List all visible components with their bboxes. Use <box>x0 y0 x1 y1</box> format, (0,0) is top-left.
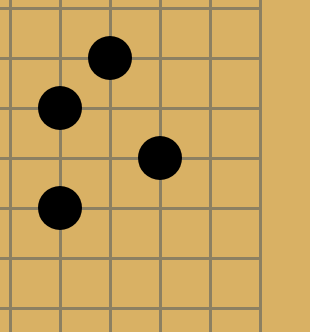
grid-line-horizontal <box>0 307 35 310</box>
intersection-r0c3[interactable] <box>135 0 185 33</box>
grid-line-horizontal <box>0 7 35 10</box>
grid-line-vertical <box>159 83 162 133</box>
grid-line-vertical <box>9 233 12 283</box>
intersection-r1c5[interactable] <box>235 33 285 83</box>
intersection-r6c4[interactable] <box>185 283 235 332</box>
intersection-r2c4[interactable] <box>185 83 235 133</box>
intersection-r1c4[interactable] <box>185 33 235 83</box>
grid-line-horizontal <box>0 207 35 210</box>
grid-line-vertical <box>209 283 212 332</box>
intersection-r5c1[interactable] <box>35 233 85 283</box>
grid-line-vertical <box>59 0 62 33</box>
intersection-r3c5[interactable] <box>235 133 285 183</box>
grid-line-vertical <box>209 183 212 233</box>
intersection-r4c0[interactable] <box>0 183 35 233</box>
intersection-r0c5[interactable] <box>235 0 285 33</box>
intersection-r6c0[interactable] <box>0 283 35 332</box>
grid-line-horizontal <box>0 107 35 110</box>
intersection-r6c2[interactable] <box>85 283 135 332</box>
intersection-r4c4[interactable] <box>185 183 235 233</box>
grid-line-vertical <box>259 33 262 83</box>
grid-line-vertical <box>159 283 162 332</box>
grid-line-vertical <box>109 0 112 33</box>
intersection-r1c1[interactable] <box>35 33 85 83</box>
intersection-r6c1[interactable] <box>35 283 85 332</box>
black-stone <box>38 186 82 230</box>
intersection-r3c3[interactable] <box>135 133 185 183</box>
intersection-r0c4[interactable] <box>185 0 235 33</box>
black-stone <box>88 36 132 80</box>
grid-line-horizontal <box>0 257 35 260</box>
intersection-r2c1[interactable] <box>35 83 85 133</box>
intersection-r4c1[interactable] <box>35 183 85 233</box>
grid-line-vertical <box>209 133 212 183</box>
grid-line-vertical <box>59 33 62 83</box>
intersection-r6c5[interactable] <box>235 283 285 332</box>
black-stone <box>38 86 82 130</box>
intersection-r3c0[interactable] <box>0 133 35 183</box>
grid-line-vertical <box>209 33 212 83</box>
intersection-r5c0[interactable] <box>0 233 35 283</box>
intersection-r0c1[interactable] <box>35 0 85 33</box>
intersection-r1c0[interactable] <box>0 33 35 83</box>
intersection-r3c4[interactable] <box>185 133 235 183</box>
board-grid <box>0 0 285 332</box>
screenshot-root <box>0 0 336 332</box>
grid-line-vertical <box>159 233 162 283</box>
grid-line-vertical <box>9 133 12 183</box>
grid-line-vertical <box>59 283 62 332</box>
intersection-r3c2[interactable] <box>85 133 135 183</box>
grid-line-vertical <box>59 133 62 183</box>
intersection-r6c3[interactable] <box>135 283 185 332</box>
grid-line-vertical <box>9 183 12 233</box>
grid-line-vertical <box>59 233 62 283</box>
grid-line-vertical <box>209 233 212 283</box>
grid-line-vertical <box>109 133 112 183</box>
intersection-r1c2[interactable] <box>85 33 135 83</box>
intersection-r2c2[interactable] <box>85 83 135 133</box>
grid-line-vertical <box>9 0 12 33</box>
black-stone <box>138 136 182 180</box>
intersection-r2c3[interactable] <box>135 83 185 133</box>
intersection-r5c5[interactable] <box>235 233 285 283</box>
grid-line-vertical <box>109 283 112 332</box>
intersection-r4c3[interactable] <box>135 183 185 233</box>
grid-line-vertical <box>109 183 112 233</box>
grid-line-vertical <box>159 183 162 233</box>
grid-line-vertical <box>9 83 12 133</box>
intersection-r5c4[interactable] <box>185 233 235 283</box>
grid-line-vertical <box>259 133 262 183</box>
intersection-r2c0[interactable] <box>0 83 35 133</box>
grid-line-horizontal <box>0 157 35 160</box>
grid-line-vertical <box>259 183 262 233</box>
intersection-r5c2[interactable] <box>85 233 135 283</box>
grid-line-vertical <box>259 83 262 133</box>
intersection-r2c5[interactable] <box>235 83 285 133</box>
intersection-r4c2[interactable] <box>85 183 135 233</box>
grid-line-vertical <box>159 0 162 33</box>
intersection-r4c5[interactable] <box>235 183 285 233</box>
grid-line-vertical <box>209 83 212 133</box>
grid-line-horizontal <box>0 57 35 60</box>
grid-line-vertical <box>259 0 262 33</box>
grid-line-vertical <box>109 83 112 133</box>
grid-line-vertical <box>209 0 212 33</box>
intersection-r0c0[interactable] <box>0 0 35 33</box>
grid-line-vertical <box>9 33 12 83</box>
grid-line-vertical <box>159 33 162 83</box>
intersection-r3c1[interactable] <box>35 133 85 183</box>
grid-line-vertical <box>259 233 262 283</box>
intersection-r1c3[interactable] <box>135 33 185 83</box>
go-board <box>0 0 310 332</box>
grid-line-vertical <box>259 283 262 332</box>
intersection-r5c3[interactable] <box>135 233 185 283</box>
grid-line-vertical <box>9 283 12 332</box>
grid-line-vertical <box>109 233 112 283</box>
intersection-r0c2[interactable] <box>85 0 135 33</box>
